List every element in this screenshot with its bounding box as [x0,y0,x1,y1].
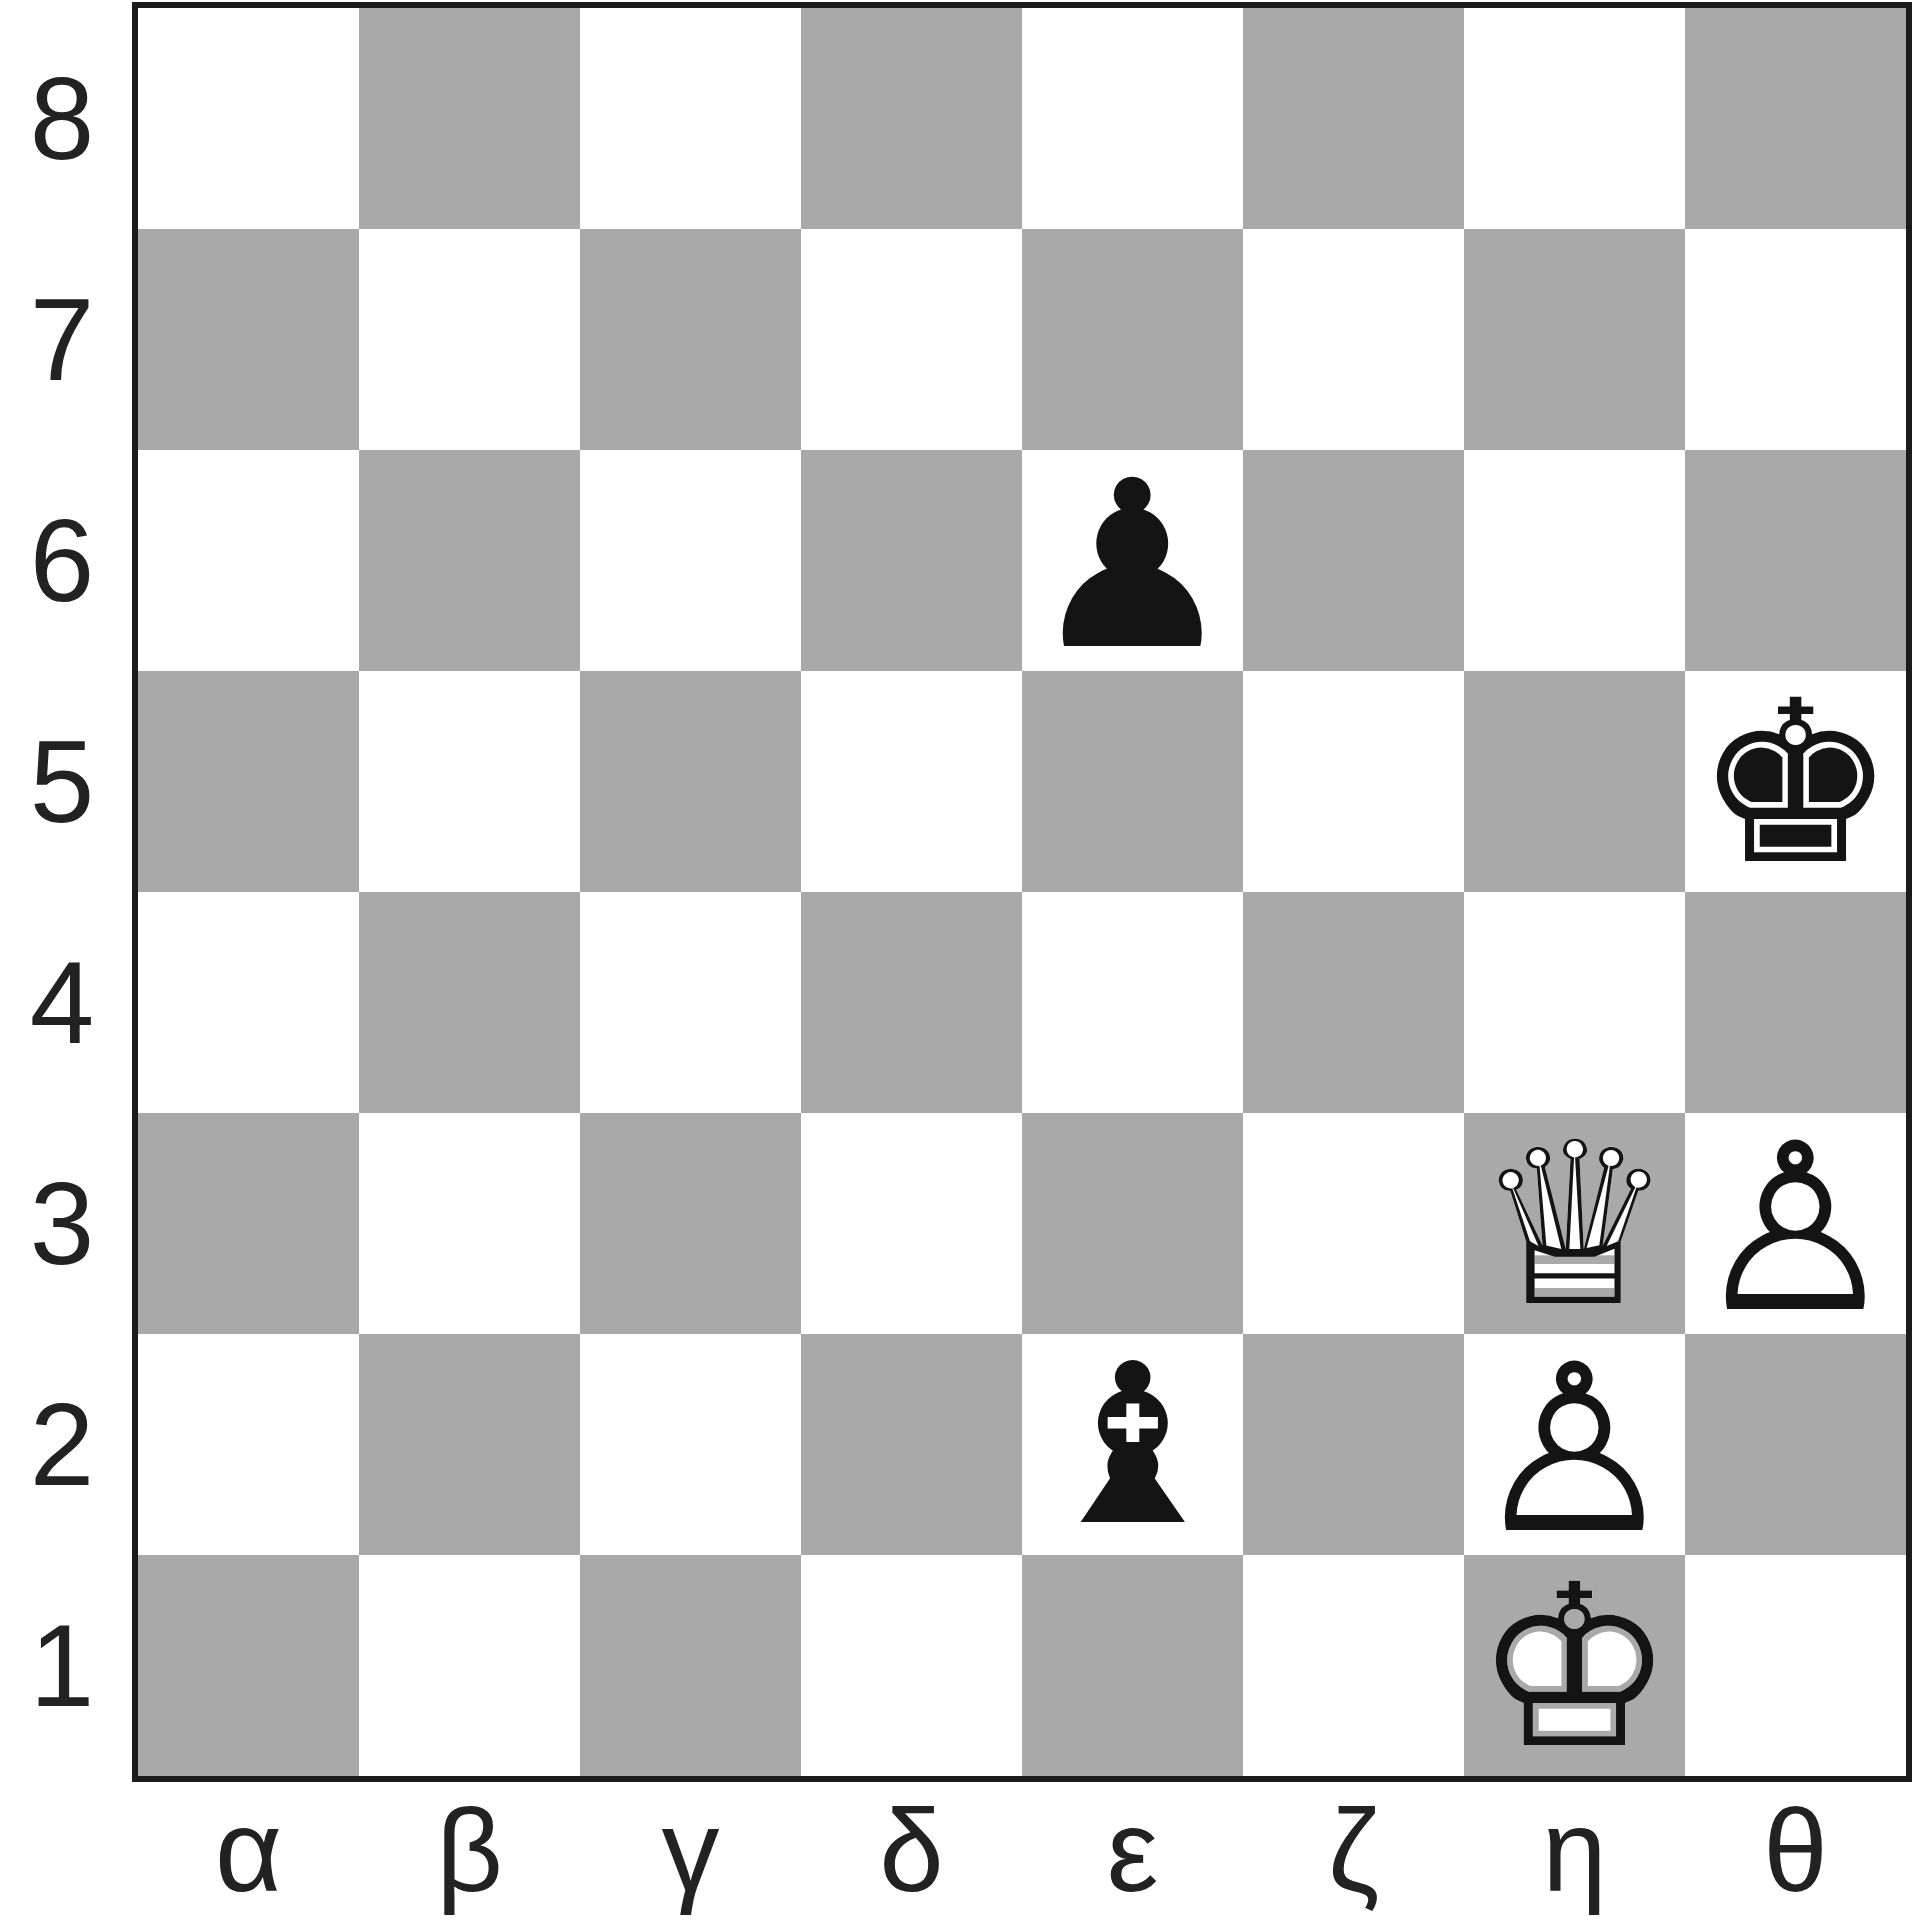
piece-outline-glyph: ♕ [1474,1113,1676,1338]
square-c8 [580,8,801,229]
square-h8 [1685,8,1906,229]
square-g6 [1464,450,1685,671]
square-e6: ♟ [1022,450,1243,671]
rank-label-4: 4 [0,892,124,1113]
square-g7 [1464,229,1685,450]
square-d1 [801,1555,1022,1776]
square-f2 [1243,1334,1464,1555]
square-c1 [580,1555,801,1776]
square-h2 [1685,1334,1906,1555]
square-c2 [580,1334,801,1555]
file-label-h: θ [1685,1788,1906,1914]
piece-black-king-h5: ♚ [1685,671,1906,892]
square-c3 [580,1113,801,1334]
square-f4 [1243,892,1464,1113]
square-e4 [1022,892,1243,1113]
piece-white-king-g1: ♚♔ [1464,1555,1685,1776]
chess-board: ♟♚♛♕♟♙♝♟♙♚♔ [132,2,1912,1782]
file-labels: αβγδεζηθ [138,1788,1906,1914]
rank-label-2: 2 [0,1334,124,1555]
square-a6 [138,450,359,671]
square-a3 [138,1113,359,1334]
file-label-f: ζ [1243,1788,1464,1914]
square-b5 [359,671,580,892]
square-e1 [1022,1555,1243,1776]
piece-glyph: ♚ [1695,671,1897,896]
square-b3 [359,1113,580,1334]
square-d4 [801,892,1022,1113]
square-g1: ♚♔ [1464,1555,1685,1776]
square-f1 [1243,1555,1464,1776]
square-b7 [359,229,580,450]
square-h7 [1685,229,1906,450]
square-f5 [1243,671,1464,892]
piece-white-queen-g3: ♛♕ [1464,1113,1685,1334]
square-b2 [359,1334,580,1555]
square-c7 [580,229,801,450]
square-f7 [1243,229,1464,450]
rank-label-6: 6 [0,450,124,671]
square-a5 [138,671,359,892]
file-label-g: η [1464,1788,1685,1914]
square-d2 [801,1334,1022,1555]
square-e7 [1022,229,1243,450]
square-g8 [1464,8,1685,229]
file-label-a: α [138,1788,359,1914]
piece-black-pawn-e6: ♟ [1022,450,1243,671]
square-h5: ♚ [1685,671,1906,892]
square-d7 [801,229,1022,450]
piece-black-bishop-e2: ♝ [1022,1334,1243,1555]
file-label-e: ε [1022,1788,1243,1914]
square-f3 [1243,1113,1464,1334]
square-b6 [359,450,580,671]
piece-glyph: ♝ [1033,1334,1232,1556]
square-g2: ♟♙ [1464,1334,1685,1555]
square-b1 [359,1555,580,1776]
rank-label-3: 3 [0,1113,124,1334]
piece-outline-glyph: ♔ [1474,1555,1676,1780]
square-a2 [138,1334,359,1555]
rank-label-7: 7 [0,229,124,450]
piece-glyph: ♟ [1029,450,1237,682]
square-a4 [138,892,359,1113]
piece-white-pawn-h3: ♟♙ [1685,1113,1906,1334]
square-b8 [359,8,580,229]
square-e2: ♝ [1022,1334,1243,1555]
square-h6 [1685,450,1906,671]
square-g3: ♛♕ [1464,1113,1685,1334]
file-label-d: δ [801,1788,1022,1914]
file-label-c: γ [580,1788,801,1914]
square-e5 [1022,671,1243,892]
square-h1 [1685,1555,1906,1776]
rank-label-1: 1 [0,1555,124,1776]
square-d6 [801,450,1022,671]
square-d8 [801,8,1022,229]
square-c4 [580,892,801,1113]
square-h4 [1685,892,1906,1113]
square-a8 [138,8,359,229]
square-e3 [1022,1113,1243,1334]
square-c5 [580,671,801,892]
square-f8 [1243,8,1464,229]
square-h3: ♟♙ [1685,1113,1906,1334]
square-c6 [580,450,801,671]
square-g5 [1464,671,1685,892]
rank-label-8: 8 [0,8,124,229]
square-e8 [1022,8,1243,229]
square-g4 [1464,892,1685,1113]
rank-label-5: 5 [0,671,124,892]
rank-labels: 87654321 [0,8,124,1776]
square-b4 [359,892,580,1113]
piece-white-pawn-g2: ♟♙ [1464,1334,1685,1555]
square-a1 [138,1555,359,1776]
square-d3 [801,1113,1022,1334]
file-label-b: β [359,1788,580,1914]
piece-outline-glyph: ♙ [1692,1113,1900,1345]
square-a7 [138,229,359,450]
square-f6 [1243,450,1464,671]
chess-diagram: 87654321 ♟♚♛♕♟♙♝♟♙♚♔ αβγδεζηθ [0,0,1920,1920]
square-d5 [801,671,1022,892]
piece-outline-glyph: ♙ [1471,1334,1679,1566]
